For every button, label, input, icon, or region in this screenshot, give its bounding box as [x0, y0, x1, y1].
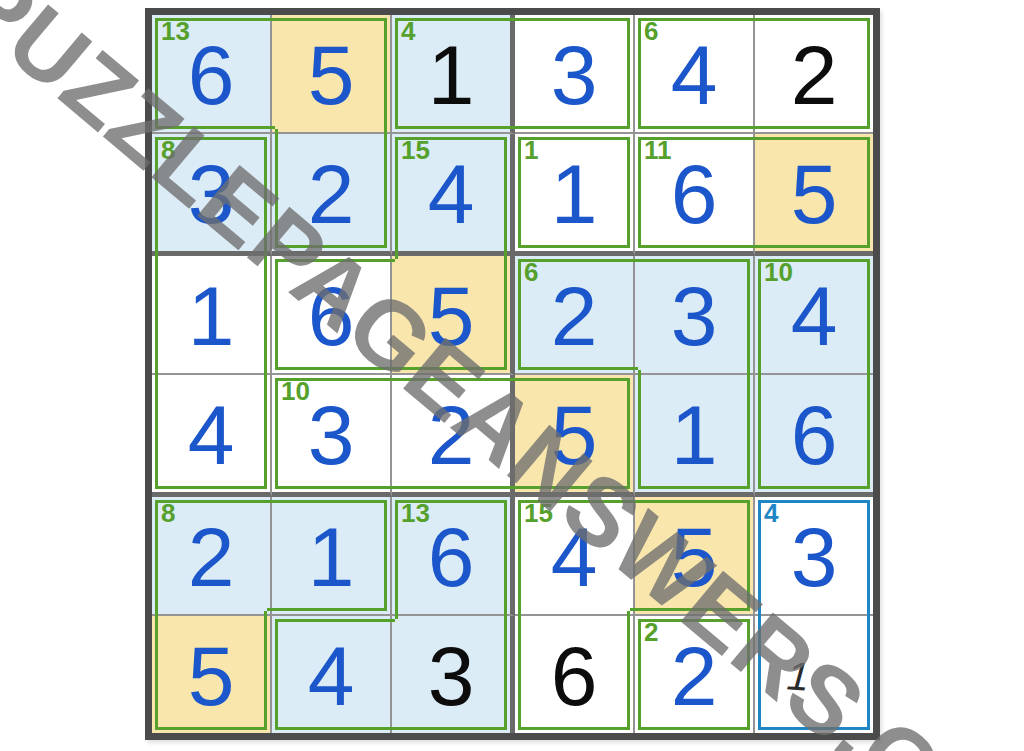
solution-digit: 2: [308, 152, 355, 236]
solution-digit: 5: [551, 393, 598, 477]
cage-sum-label: 13: [401, 500, 430, 526]
cell-r5c2: 1: [272, 497, 392, 616]
cell-r6c3: 3: [392, 616, 515, 733]
solution-digit: 1: [428, 33, 475, 117]
cell-r3c3: 5: [392, 256, 515, 375]
solution-digit: 1: [188, 274, 235, 358]
cell-r4c2: 103: [272, 375, 392, 497]
solution-digit: 6: [188, 33, 235, 117]
cell-r4c5: 1: [635, 375, 755, 497]
solution-digit: 3: [791, 515, 838, 599]
cell-r5c6: 43: [755, 497, 873, 616]
solution-digit: 5: [308, 33, 355, 117]
cell-r2c3: 154: [392, 134, 515, 256]
cell-r4c4: 5: [515, 375, 635, 497]
cage-sum-label: 6: [524, 259, 538, 285]
solution-digit: 2: [188, 515, 235, 599]
cell-r5c3: 136: [392, 497, 515, 616]
cell-r4c1: 4: [152, 375, 272, 497]
solution-digit: 6: [791, 393, 838, 477]
cell-r6c4: 6: [515, 616, 635, 733]
solution-digit: 4: [308, 634, 355, 718]
cage-sum-label: 8: [161, 500, 175, 526]
cell-r4c6: 6: [755, 375, 873, 497]
solution-digit: 2: [551, 274, 598, 358]
solution-digit: 4: [551, 515, 598, 599]
cell-r1c3: 41: [392, 15, 515, 134]
solution-digit: 2: [791, 33, 838, 117]
solution-digit: 6: [551, 634, 598, 718]
cell-r2c6: 5: [755, 134, 873, 256]
cell-r3c4: 62: [515, 256, 635, 375]
cage-sum-label: 11: [644, 137, 672, 163]
cage-sum-label: 15: [524, 500, 553, 526]
cell-r1c4: 3: [515, 15, 635, 134]
cell-r5c5: 5: [635, 497, 755, 616]
solution-digit: 5: [428, 274, 475, 358]
cell-r1c5: 64: [635, 15, 755, 134]
cell-r2c5: 116: [635, 134, 755, 256]
cell-r3c6: 104: [755, 256, 873, 375]
cage-sum-label: 13: [161, 18, 190, 44]
cell-r6c1: 5: [152, 616, 272, 733]
solution-digit: 4: [791, 274, 838, 358]
cage-sum-label: 1: [524, 137, 538, 163]
solution-digit: 3: [308, 393, 355, 477]
cell-r2c4: 11: [515, 134, 635, 256]
killer-sudoku-board: 1365413642832154111165165623104410325168…: [145, 8, 880, 740]
solution-digit: 2: [671, 634, 718, 718]
cell-r4c3: 2: [392, 375, 515, 497]
cage-sum-label: 10: [281, 378, 310, 404]
solution-digit: 1: [671, 393, 718, 477]
solution-digit: 5: [791, 152, 838, 236]
page: 1365413642832154111165165623104410325168…: [0, 0, 1024, 751]
cell-r2c1: 83: [152, 134, 272, 256]
solution-digit: 3: [428, 634, 475, 718]
cage-sum-label: 15: [401, 137, 430, 163]
cell-r1c6: 2: [755, 15, 873, 134]
cell-r3c1: 1: [152, 256, 272, 375]
solution-digit: 4: [428, 152, 475, 236]
cell-r1c1: 136: [152, 15, 272, 134]
cell-r5c4: 154: [515, 497, 635, 616]
cage-sum-label: 10: [764, 259, 793, 285]
cell-r6c6: 1: [755, 616, 873, 733]
cell-r2c2: 2: [272, 134, 392, 256]
cage-sum-label: 6: [644, 18, 658, 44]
cell-r6c2: 4: [272, 616, 392, 733]
cell-r3c5: 3: [635, 256, 755, 375]
cell-r5c1: 82: [152, 497, 272, 616]
solution-digit: 5: [671, 515, 718, 599]
cage-sum-label: 4: [401, 18, 415, 44]
solution-digit: 6: [671, 152, 718, 236]
solution-digit: 1: [551, 152, 598, 236]
solution-digit: 3: [188, 152, 235, 236]
cage-sum-label: 4: [764, 500, 778, 526]
solution-digit: 4: [188, 393, 235, 477]
cage-sum-label: 8: [161, 137, 175, 163]
solution-digit: 4: [671, 33, 718, 117]
solution-digit: 3: [551, 33, 598, 117]
cell-r6c5: 22: [635, 616, 755, 733]
cage-sum-label: 2: [644, 619, 658, 645]
cell-r1c2: 5: [272, 15, 392, 134]
cell-r3c2: 6: [272, 256, 392, 375]
pencil-mark: 1: [786, 655, 811, 696]
solution-digit: 6: [308, 274, 355, 358]
solution-digit: 3: [671, 274, 718, 358]
solution-digit: 2: [428, 393, 475, 477]
solution-digit: 6: [428, 515, 475, 599]
solution-digit: 5: [188, 634, 235, 718]
solution-digit: 1: [308, 515, 355, 599]
cage-outline: [758, 611, 870, 730]
